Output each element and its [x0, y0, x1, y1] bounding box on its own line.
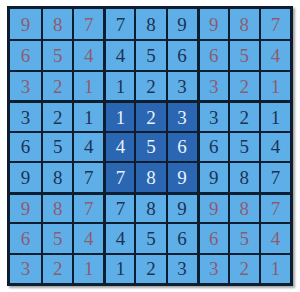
- cell-r4c5[interactable]: 2: [134, 100, 165, 130]
- cell-r2c5[interactable]: 5: [134, 39, 165, 69]
- cell-r2c6[interactable]: 6: [166, 39, 197, 69]
- cell-r6c9[interactable]: 7: [259, 161, 290, 191]
- cell-r2c1[interactable]: 6: [10, 39, 41, 69]
- cell-r9c2[interactable]: 2: [41, 253, 72, 283]
- cell-r1c8[interactable]: 8: [228, 9, 259, 39]
- cell-r7c2[interactable]: 8: [41, 192, 72, 222]
- cell-r3c4[interactable]: 1: [103, 70, 134, 100]
- cell-r1c6[interactable]: 9: [166, 9, 197, 39]
- cell-r2c7[interactable]: 6: [197, 39, 228, 69]
- cell-r1c2[interactable]: 8: [41, 9, 72, 39]
- cell-r8c1[interactable]: 6: [10, 222, 41, 252]
- cell-r9c9[interactable]: 1: [259, 253, 290, 283]
- cell-r9c1[interactable]: 3: [10, 253, 41, 283]
- cell-r8c8[interactable]: 5: [228, 222, 259, 252]
- cell-r1c9[interactable]: 7: [259, 9, 290, 39]
- cell-r2c8[interactable]: 5: [228, 39, 259, 69]
- cell-r8c2[interactable]: 5: [41, 222, 72, 252]
- cell-r9c8[interactable]: 2: [228, 253, 259, 283]
- cell-r2c3[interactable]: 4: [72, 39, 103, 69]
- cell-r9c7[interactable]: 3: [197, 253, 228, 283]
- cell-r8c3[interactable]: 4: [72, 222, 103, 252]
- cell-r9c4[interactable]: 1: [103, 253, 134, 283]
- cell-r9c5[interactable]: 2: [134, 253, 165, 283]
- cell-r8c6[interactable]: 6: [166, 222, 197, 252]
- cell-r5c6[interactable]: 6: [166, 131, 197, 161]
- cell-r6c7[interactable]: 9: [197, 161, 228, 191]
- cell-r4c6[interactable]: 3: [166, 100, 197, 130]
- cell-r8c4[interactable]: 4: [103, 222, 134, 252]
- cell-r1c5[interactable]: 8: [134, 9, 165, 39]
- cell-r2c4[interactable]: 4: [103, 39, 134, 69]
- cell-r9c6[interactable]: 3: [166, 253, 197, 283]
- cell-r9c3[interactable]: 1: [72, 253, 103, 283]
- cell-r3c3[interactable]: 1: [72, 70, 103, 100]
- cell-r3c9[interactable]: 1: [259, 70, 290, 100]
- cell-r2c9[interactable]: 4: [259, 39, 290, 69]
- page: 9877899876544566543211233213211233216544…: [0, 0, 300, 292]
- cell-r1c1[interactable]: 9: [10, 9, 41, 39]
- cell-r6c3[interactable]: 7: [72, 161, 103, 191]
- cell-r7c1[interactable]: 9: [10, 192, 41, 222]
- cell-r8c5[interactable]: 5: [134, 222, 165, 252]
- cell-r6c1[interactable]: 9: [10, 161, 41, 191]
- cell-r3c1[interactable]: 3: [10, 70, 41, 100]
- cell-r3c8[interactable]: 2: [228, 70, 259, 100]
- cell-r4c8[interactable]: 2: [228, 100, 259, 130]
- cell-r7c9[interactable]: 7: [259, 192, 290, 222]
- cell-r4c1[interactable]: 3: [10, 100, 41, 130]
- cell-r5c4[interactable]: 4: [103, 131, 134, 161]
- cell-r7c4[interactable]: 7: [103, 192, 134, 222]
- cell-r7c7[interactable]: 9: [197, 192, 228, 222]
- cell-r4c9[interactable]: 1: [259, 100, 290, 130]
- cell-r7c8[interactable]: 8: [228, 192, 259, 222]
- cell-r8c9[interactable]: 4: [259, 222, 290, 252]
- cell-r2c2[interactable]: 5: [41, 39, 72, 69]
- cell-r6c4[interactable]: 7: [103, 161, 134, 191]
- cell-r7c5[interactable]: 8: [134, 192, 165, 222]
- sudoku-board: 9877899876544566543211233213211233216544…: [7, 6, 293, 286]
- cell-r5c2[interactable]: 5: [41, 131, 72, 161]
- cell-r8c7[interactable]: 6: [197, 222, 228, 252]
- cell-r6c8[interactable]: 8: [228, 161, 259, 191]
- cell-r3c5[interactable]: 2: [134, 70, 165, 100]
- cell-r5c5[interactable]: 5: [134, 131, 165, 161]
- cell-r7c6[interactable]: 9: [166, 192, 197, 222]
- cell-r4c7[interactable]: 3: [197, 100, 228, 130]
- cell-r1c4[interactable]: 7: [103, 9, 134, 39]
- cell-r6c6[interactable]: 9: [166, 161, 197, 191]
- cell-r5c9[interactable]: 4: [259, 131, 290, 161]
- cell-r3c2[interactable]: 2: [41, 70, 72, 100]
- cell-r5c7[interactable]: 6: [197, 131, 228, 161]
- cell-r6c5[interactable]: 8: [134, 161, 165, 191]
- cell-r3c6[interactable]: 3: [166, 70, 197, 100]
- cell-r3c7[interactable]: 3: [197, 70, 228, 100]
- cell-r4c2[interactable]: 2: [41, 100, 72, 130]
- cell-r1c7[interactable]: 9: [197, 9, 228, 39]
- cell-r4c4[interactable]: 1: [103, 100, 134, 130]
- cell-r7c3[interactable]: 7: [72, 192, 103, 222]
- cell-r5c8[interactable]: 5: [228, 131, 259, 161]
- cell-r4c3[interactable]: 1: [72, 100, 103, 130]
- cell-r5c3[interactable]: 4: [72, 131, 103, 161]
- cell-r6c2[interactable]: 8: [41, 161, 72, 191]
- cell-r5c1[interactable]: 6: [10, 131, 41, 161]
- cell-r1c3[interactable]: 7: [72, 9, 103, 39]
